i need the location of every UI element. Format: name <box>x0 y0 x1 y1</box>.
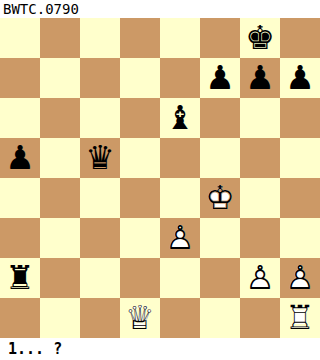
piece-white-queen[interactable]: ♕ <box>120 298 160 338</box>
piece-white-pawn[interactable]: ♙ <box>280 258 320 298</box>
square-h1[interactable]: ♜♖ <box>280 298 320 338</box>
piece-black-king[interactable]: ♚ <box>240 18 280 58</box>
square-d8[interactable] <box>120 18 160 58</box>
square-f4[interactable]: ♚♔ <box>200 178 240 218</box>
square-c5[interactable]: ♛ <box>80 138 120 178</box>
square-e5[interactable] <box>160 138 200 178</box>
square-h2[interactable]: ♟♙ <box>280 258 320 298</box>
square-e1[interactable] <box>160 298 200 338</box>
square-g4[interactable] <box>240 178 280 218</box>
square-h6[interactable] <box>280 98 320 138</box>
piece-white-rook[interactable]: ♖ <box>280 298 320 338</box>
square-c1[interactable] <box>80 298 120 338</box>
square-a5[interactable]: ♟ <box>0 138 40 178</box>
square-e7[interactable] <box>160 58 200 98</box>
square-d7[interactable] <box>120 58 160 98</box>
square-d5[interactable] <box>120 138 160 178</box>
square-b7[interactable] <box>40 58 80 98</box>
square-c6[interactable] <box>80 98 120 138</box>
square-b1[interactable] <box>40 298 80 338</box>
puzzle-id-title: BWTC.0790 <box>3 1 79 17</box>
piece-black-rook[interactable]: ♜ <box>0 258 40 298</box>
piece-black-pawn[interactable]: ♟ <box>240 58 280 98</box>
square-f6[interactable] <box>200 98 240 138</box>
square-g3[interactable] <box>240 218 280 258</box>
square-h4[interactable] <box>280 178 320 218</box>
square-g7[interactable]: ♟ <box>240 58 280 98</box>
square-e2[interactable] <box>160 258 200 298</box>
piece-white-pawn[interactable]: ♙ <box>240 258 280 298</box>
piece-white-pawn[interactable]: ♙ <box>160 218 200 258</box>
piece-black-pawn[interactable]: ♟ <box>0 138 40 178</box>
square-g5[interactable] <box>240 138 280 178</box>
square-b8[interactable] <box>40 18 80 58</box>
square-e6[interactable]: ♝ <box>160 98 200 138</box>
square-f1[interactable] <box>200 298 240 338</box>
status-bar: 1... ? <box>0 338 320 360</box>
square-a2[interactable]: ♜ <box>0 258 40 298</box>
piece-white-king[interactable]: ♔ <box>200 178 240 218</box>
square-f5[interactable] <box>200 138 240 178</box>
square-b2[interactable] <box>40 258 80 298</box>
square-f2[interactable] <box>200 258 240 298</box>
square-b3[interactable] <box>40 218 80 258</box>
square-c3[interactable] <box>80 218 120 258</box>
piece-black-queen[interactable]: ♛ <box>80 138 120 178</box>
square-h8[interactable] <box>280 18 320 58</box>
chess-board: ♚♟♟♟♝♟♛♚♔♟♙♜♟♙♟♙♛♕♜♖ <box>0 18 320 338</box>
square-g6[interactable] <box>240 98 280 138</box>
square-c7[interactable] <box>80 58 120 98</box>
piece-black-bishop[interactable]: ♝ <box>160 98 200 138</box>
piece-black-pawn[interactable]: ♟ <box>200 58 240 98</box>
square-d6[interactable] <box>120 98 160 138</box>
square-f8[interactable] <box>200 18 240 58</box>
move-prompt: 1... ? <box>8 340 62 358</box>
square-a3[interactable] <box>0 218 40 258</box>
piece-black-pawn[interactable]: ♟ <box>280 58 320 98</box>
square-a4[interactable] <box>0 178 40 218</box>
square-a6[interactable] <box>0 98 40 138</box>
square-b4[interactable] <box>40 178 80 218</box>
square-g2[interactable]: ♟♙ <box>240 258 280 298</box>
square-b6[interactable] <box>40 98 80 138</box>
window-title-bar: BWTC.0790 <box>0 0 320 18</box>
square-g8[interactable]: ♚ <box>240 18 280 58</box>
square-h3[interactable] <box>280 218 320 258</box>
square-c4[interactable] <box>80 178 120 218</box>
square-h7[interactable]: ♟ <box>280 58 320 98</box>
square-a8[interactable] <box>0 18 40 58</box>
square-a1[interactable] <box>0 298 40 338</box>
square-d3[interactable] <box>120 218 160 258</box>
square-e4[interactable] <box>160 178 200 218</box>
square-e3[interactable]: ♟♙ <box>160 218 200 258</box>
square-h5[interactable] <box>280 138 320 178</box>
square-d4[interactable] <box>120 178 160 218</box>
square-a7[interactable] <box>0 58 40 98</box>
square-f3[interactable] <box>200 218 240 258</box>
square-c2[interactable] <box>80 258 120 298</box>
square-d2[interactable] <box>120 258 160 298</box>
square-c8[interactable] <box>80 18 120 58</box>
square-d1[interactable]: ♛♕ <box>120 298 160 338</box>
square-e8[interactable] <box>160 18 200 58</box>
square-f7[interactable]: ♟ <box>200 58 240 98</box>
square-b5[interactable] <box>40 138 80 178</box>
square-g1[interactable] <box>240 298 280 338</box>
